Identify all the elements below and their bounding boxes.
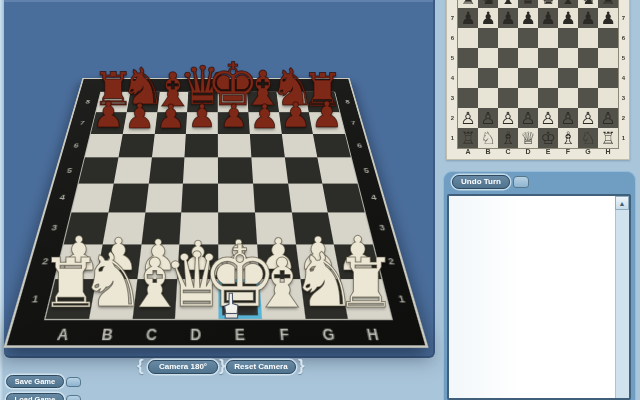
square-b5[interactable] (113, 158, 151, 184)
mini-piece-white-q-d1: ♕ (518, 128, 538, 148)
file-label-E: E (235, 326, 247, 344)
mini-piece-black-p-c7: ♟ (498, 8, 518, 28)
mini-square-h3 (598, 88, 618, 108)
mini-rank-label-2: 2 (618, 115, 629, 121)
square-c5[interactable] (148, 158, 184, 184)
mini-square-c5 (498, 48, 518, 68)
mini-square-a7: ♟ (458, 8, 478, 28)
mini-square-g5 (578, 48, 598, 68)
mini-square-a5 (458, 48, 478, 68)
square-a6[interactable] (85, 134, 123, 158)
file-label-C: C (145, 326, 159, 344)
rank-label-4: 4 (370, 193, 377, 201)
mini-file-label-B: B (478, 148, 498, 155)
move-list-scrollbar[interactable] (615, 196, 629, 398)
mini-rank-label-8: 8 (447, 0, 458, 1)
load-game-tab[interactable] (66, 395, 81, 400)
mini-square-a1: ♖ (458, 128, 478, 148)
mini-square-d4 (518, 68, 538, 88)
mini-piece-black-p-a7: ♟ (458, 8, 478, 28)
mini-piece-white-r-h1: ♖ (598, 128, 618, 148)
mini-square-g2: ♙ (578, 108, 598, 128)
mini-piece-black-p-f7: ♟ (558, 8, 578, 28)
mini-square-d8: ♛ (518, 0, 538, 8)
mini-piece-black-p-h7: ♟ (598, 8, 618, 28)
mini-piece-white-p-e2: ♙ (538, 108, 558, 128)
file-label-B: B (100, 326, 115, 344)
mini-rank-label-1: 1 (447, 135, 458, 141)
mini-square-a6 (458, 28, 478, 48)
mini-square-h1: ♖ (598, 128, 618, 148)
mini-chess-board: ♜♞♝♛♚♝♞♜♟♟♟♟♟♟♟♟♙♙♙♙♙♙♙♙♖♘♗♕♔♗♘♖ (458, 0, 618, 148)
hand-cursor-icon (221, 292, 242, 319)
mini-piece-black-n-g8: ♞ (578, 0, 598, 8)
square-a4[interactable] (72, 184, 114, 213)
mini-square-d2: ♙ (518, 108, 538, 128)
square-c4[interactable] (145, 184, 183, 213)
mini-square-c2: ♙ (498, 108, 518, 128)
mini-square-g4 (578, 68, 598, 88)
mini-square-h2: ♙ (598, 108, 618, 128)
undo-turn-button[interactable]: Undo Turn (452, 175, 510, 189)
mini-rank-label-6: 6 (618, 35, 629, 41)
mini-piece-black-r-h8: ♜ (598, 0, 618, 8)
square-e6[interactable] (218, 134, 251, 158)
square-b4[interactable] (108, 184, 148, 213)
square-f6[interactable] (250, 134, 285, 158)
file-label-D: D (190, 326, 203, 344)
mini-square-c3 (498, 88, 518, 108)
piece-white-rook-h1[interactable]: ♜ (298, 249, 435, 318)
mini-square-e8: ♚ (538, 0, 558, 8)
mini-piece-white-p-c2: ♙ (498, 108, 518, 128)
camera-180-button[interactable]: Camera 180° (148, 360, 218, 374)
square-d5[interactable] (183, 158, 218, 184)
mini-rank-label-4: 4 (447, 75, 458, 81)
mini-square-h8: ♜ (598, 0, 618, 8)
mini-square-d5 (518, 48, 538, 68)
move-list-box[interactable]: ▲ (447, 194, 631, 400)
save-game-button[interactable]: Save Game (6, 375, 64, 388)
mini-square-e6 (538, 28, 558, 48)
square-f4[interactable] (253, 184, 292, 213)
mini-square-g1: ♘ (578, 128, 598, 148)
mini-piece-black-k-e8: ♚ (538, 0, 558, 8)
mini-square-b6 (478, 28, 498, 48)
mini-piece-white-p-d2: ♙ (518, 108, 538, 128)
mini-square-e1: ♔ (538, 128, 558, 148)
mini-piece-white-p-b2: ♙ (478, 108, 498, 128)
mini-square-f7: ♟ (558, 8, 578, 28)
mini-file-label-D: D (518, 148, 538, 155)
mini-rank-label-1: 1 (618, 135, 629, 141)
mini-square-e7: ♟ (538, 8, 558, 28)
square-f5[interactable] (251, 158, 288, 184)
mini-square-a2: ♙ (458, 108, 478, 128)
mini-board-rank-labels-left: 12345678 (447, 0, 458, 148)
mini-square-f2: ♙ (558, 108, 578, 128)
mini-piece-black-p-g7: ♟ (578, 8, 598, 28)
mini-square-g3 (578, 88, 598, 108)
chess-app-window: ABCDEFGH1122334455667788 ♜♞♝♛♚♝♞♜♟♟♟♟♟♟♟… (0, 0, 640, 400)
mini-square-c6 (498, 28, 518, 48)
mini-piece-black-q-d8: ♛ (518, 0, 538, 8)
mini-square-c4 (498, 68, 518, 88)
mini-square-g6 (578, 28, 598, 48)
mini-piece-black-n-b8: ♞ (478, 0, 498, 8)
rank-label-6: 6 (356, 142, 363, 149)
mini-piece-black-r-a8: ♜ (458, 0, 478, 8)
square-a5[interactable] (79, 158, 119, 184)
mini-piece-black-p-e7: ♟ (538, 8, 558, 28)
mini-square-h7: ♟ (598, 8, 618, 28)
mini-rank-label-6: 6 (447, 35, 458, 41)
mini-square-f4 (558, 68, 578, 88)
mini-piece-white-p-f2: ♙ (558, 108, 578, 128)
mini-piece-black-b-f8: ♝ (558, 0, 578, 8)
mini-square-d1: ♕ (518, 128, 538, 148)
square-g6[interactable] (281, 134, 317, 158)
mini-square-d6 (518, 28, 538, 48)
square-e5[interactable] (218, 158, 253, 184)
mini-file-label-G: G (578, 148, 598, 155)
mini-rank-label-4: 4 (618, 75, 629, 81)
square-d6[interactable] (185, 134, 218, 158)
square-g5[interactable] (284, 158, 322, 184)
mini-rank-label-3: 3 (618, 95, 629, 101)
square-g4[interactable] (288, 184, 328, 213)
mini-square-f6 (558, 28, 578, 48)
mini-square-g8: ♞ (578, 0, 598, 8)
mini-square-b2: ♙ (478, 108, 498, 128)
mini-square-b3 (478, 88, 498, 108)
mini-square-h5 (598, 48, 618, 68)
square-d4[interactable] (181, 184, 218, 213)
scroll-up-button[interactable]: ▲ (615, 196, 629, 210)
file-label-H: H (365, 326, 381, 344)
square-c6[interactable] (151, 134, 186, 158)
rank-label-5: 5 (363, 167, 370, 174)
mini-square-b8: ♞ (478, 0, 498, 8)
mini-square-h4 (598, 68, 618, 88)
mini-file-label-C: C (498, 148, 518, 155)
square-b6[interactable] (118, 134, 154, 158)
mini-rank-label-5: 5 (447, 55, 458, 61)
mini-piece-black-p-b7: ♟ (478, 8, 498, 28)
rank-label-6: 6 (73, 142, 80, 149)
file-label-A: A (56, 326, 72, 344)
mini-square-h6 (598, 28, 618, 48)
mini-piece-white-r-a1: ♖ (458, 128, 478, 148)
rank-label-4: 4 (59, 193, 66, 201)
mini-piece-black-b-c8: ♝ (498, 0, 518, 8)
piece-black-pawn-h7[interactable]: ♟ (291, 97, 363, 133)
mini-square-c8: ♝ (498, 0, 518, 8)
file-label-F: F (279, 326, 291, 344)
mini-file-label-F: F (558, 148, 578, 155)
reset-camera-button[interactable]: Reset Camera (226, 360, 296, 374)
mini-board-file-labels: ABCDEFGH (458, 148, 618, 159)
decorative-bracket: } (219, 357, 226, 374)
mini-rank-label-3: 3 (447, 95, 458, 101)
mini-square-c1: ♗ (498, 128, 518, 148)
mini-piece-white-p-g2: ♙ (578, 108, 598, 128)
mini-square-e5 (538, 48, 558, 68)
mini-piece-white-n-b1: ♘ (478, 128, 498, 148)
mini-square-g7: ♟ (578, 8, 598, 28)
rank-label-5: 5 (66, 167, 73, 174)
mini-rank-label-8: 8 (618, 0, 629, 1)
mini-square-a3 (458, 88, 478, 108)
mini-piece-white-b-f1: ♗ (558, 128, 578, 148)
save-game-tab[interactable] (66, 377, 81, 387)
square-e4[interactable] (218, 184, 255, 213)
load-game-button[interactable]: Load Game (6, 393, 64, 400)
mini-square-f1: ♗ (558, 128, 578, 148)
mini-board-panel: ♜♞♝♛♚♝♞♜♟♟♟♟♟♟♟♟♙♙♙♙♙♙♙♙♖♘♗♕♔♗♘♖ ABCDEFG… (446, 0, 630, 160)
mini-square-e3 (538, 88, 558, 108)
mini-square-b5 (478, 48, 498, 68)
mini-rank-label-2: 2 (447, 115, 458, 121)
mini-piece-white-b-c1: ♗ (498, 128, 518, 148)
square-h4[interactable] (323, 184, 365, 213)
square-h5[interactable] (318, 158, 358, 184)
mini-board-rank-labels-right: 12345678 (618, 0, 629, 148)
mini-square-a4 (458, 68, 478, 88)
mini-piece-white-p-a2: ♙ (458, 108, 478, 128)
mini-rank-label-5: 5 (618, 55, 629, 61)
mini-square-f3 (558, 88, 578, 108)
mini-file-label-E: E (538, 148, 558, 155)
mini-square-c7: ♟ (498, 8, 518, 28)
mini-square-e4 (538, 68, 558, 88)
mini-square-b4 (478, 68, 498, 88)
mini-square-f8: ♝ (558, 0, 578, 8)
mini-rank-label-7: 7 (447, 15, 458, 21)
mini-piece-white-p-h2: ♙ (598, 108, 618, 128)
mini-square-b1: ♘ (478, 128, 498, 148)
mini-file-label-A: A (458, 148, 478, 155)
mini-square-b7: ♟ (478, 8, 498, 28)
square-h6[interactable] (313, 134, 351, 158)
undo-turn-tab[interactable] (513, 176, 529, 188)
decorative-bracket: { (137, 357, 144, 374)
mini-file-label-H: H (598, 148, 618, 155)
mini-square-d3 (518, 88, 538, 108)
file-label-G: G (321, 326, 337, 344)
mini-piece-white-n-g1: ♘ (578, 128, 598, 148)
mini-square-e2: ♙ (538, 108, 558, 128)
mini-rank-label-7: 7 (618, 15, 629, 21)
mini-square-f5 (558, 48, 578, 68)
mini-square-a8: ♜ (458, 0, 478, 8)
mini-piece-white-k-e1: ♔ (538, 128, 558, 148)
mini-square-d7: ♟ (518, 8, 538, 28)
mini-piece-black-p-d7: ♟ (518, 8, 538, 28)
decorative-bracket: } (298, 357, 305, 374)
